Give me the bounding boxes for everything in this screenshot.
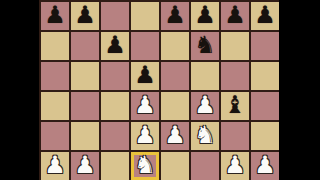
square-e6[interactable] bbox=[161, 32, 189, 60]
chess-board: ♟♟♟♟♟♟♟♞♟♟♟♝♟♟♞♟♟♞♟♟ bbox=[39, 0, 279, 180]
white-knight: ♞ bbox=[191, 121, 219, 149]
black-pawn: ♟ bbox=[251, 1, 279, 29]
black-pawn: ♟ bbox=[131, 61, 159, 89]
square-f7[interactable]: ♟ bbox=[191, 2, 219, 30]
black-pawn: ♟ bbox=[71, 1, 99, 29]
white-knight: ♞ bbox=[131, 151, 159, 179]
white-pawn: ♟ bbox=[131, 91, 159, 119]
square-e2[interactable] bbox=[161, 152, 189, 180]
black-pawn: ♟ bbox=[161, 1, 189, 29]
square-a5[interactable] bbox=[41, 62, 69, 90]
square-c4[interactable] bbox=[101, 92, 129, 120]
square-d5[interactable]: ♟ bbox=[131, 62, 159, 90]
square-f5[interactable] bbox=[191, 62, 219, 90]
black-pawn: ♟ bbox=[41, 1, 69, 29]
white-pawn: ♟ bbox=[251, 151, 279, 179]
black-knight: ♞ bbox=[191, 31, 219, 59]
white-pawn: ♟ bbox=[221, 151, 249, 179]
square-g6[interactable] bbox=[221, 32, 249, 60]
white-pawn: ♟ bbox=[161, 121, 189, 149]
square-h5[interactable] bbox=[251, 62, 279, 90]
square-g3[interactable] bbox=[221, 122, 249, 150]
square-b3[interactable] bbox=[71, 122, 99, 150]
square-f4[interactable]: ♟ bbox=[191, 92, 219, 120]
square-b5[interactable] bbox=[71, 62, 99, 90]
black-pawn: ♟ bbox=[221, 1, 249, 29]
square-f6[interactable]: ♞ bbox=[191, 32, 219, 60]
square-h2[interactable]: ♟ bbox=[251, 152, 279, 180]
square-c6[interactable]: ♟ bbox=[101, 32, 129, 60]
square-a3[interactable] bbox=[41, 122, 69, 150]
black-pawn: ♟ bbox=[191, 1, 219, 29]
video-frame: ♟♟♟♟♟♟♟♞♟♟♟♝♟♟♞♟♟♞♟♟ bbox=[0, 0, 320, 180]
square-g2[interactable]: ♟ bbox=[221, 152, 249, 180]
letterbox-right bbox=[279, 0, 320, 180]
square-f3[interactable]: ♞ bbox=[191, 122, 219, 150]
square-a2[interactable]: ♟ bbox=[41, 152, 69, 180]
square-a6[interactable] bbox=[41, 32, 69, 60]
square-b6[interactable] bbox=[71, 32, 99, 60]
white-pawn: ♟ bbox=[41, 151, 69, 179]
white-pawn: ♟ bbox=[131, 121, 159, 149]
square-e5[interactable] bbox=[161, 62, 189, 90]
square-h3[interactable] bbox=[251, 122, 279, 150]
square-c3[interactable] bbox=[101, 122, 129, 150]
square-b4[interactable] bbox=[71, 92, 99, 120]
square-c7[interactable] bbox=[101, 2, 129, 30]
white-pawn: ♟ bbox=[191, 91, 219, 119]
square-f2[interactable] bbox=[191, 152, 219, 180]
square-a7[interactable]: ♟ bbox=[41, 2, 69, 30]
square-h6[interactable] bbox=[251, 32, 279, 60]
square-h4[interactable] bbox=[251, 92, 279, 120]
square-d6[interactable] bbox=[131, 32, 159, 60]
square-d2[interactable]: ♞ bbox=[131, 152, 159, 180]
square-c2[interactable] bbox=[101, 152, 129, 180]
square-b2[interactable]: ♟ bbox=[71, 152, 99, 180]
square-c5[interactable] bbox=[101, 62, 129, 90]
white-pawn: ♟ bbox=[71, 151, 99, 179]
square-d3[interactable]: ♟ bbox=[131, 122, 159, 150]
square-e7[interactable]: ♟ bbox=[161, 2, 189, 30]
square-d7[interactable] bbox=[131, 2, 159, 30]
square-h7[interactable]: ♟ bbox=[251, 2, 279, 30]
square-g7[interactable]: ♟ bbox=[221, 2, 249, 30]
square-a4[interactable] bbox=[41, 92, 69, 120]
square-d4[interactable]: ♟ bbox=[131, 92, 159, 120]
black-pawn: ♟ bbox=[101, 31, 129, 59]
square-e3[interactable]: ♟ bbox=[161, 122, 189, 150]
square-g4[interactable]: ♝ bbox=[221, 92, 249, 120]
square-e4[interactable] bbox=[161, 92, 189, 120]
square-b7[interactable]: ♟ bbox=[71, 2, 99, 30]
letterbox-left bbox=[0, 0, 39, 180]
square-g5[interactable] bbox=[221, 62, 249, 90]
black-bishop: ♝ bbox=[221, 91, 249, 119]
